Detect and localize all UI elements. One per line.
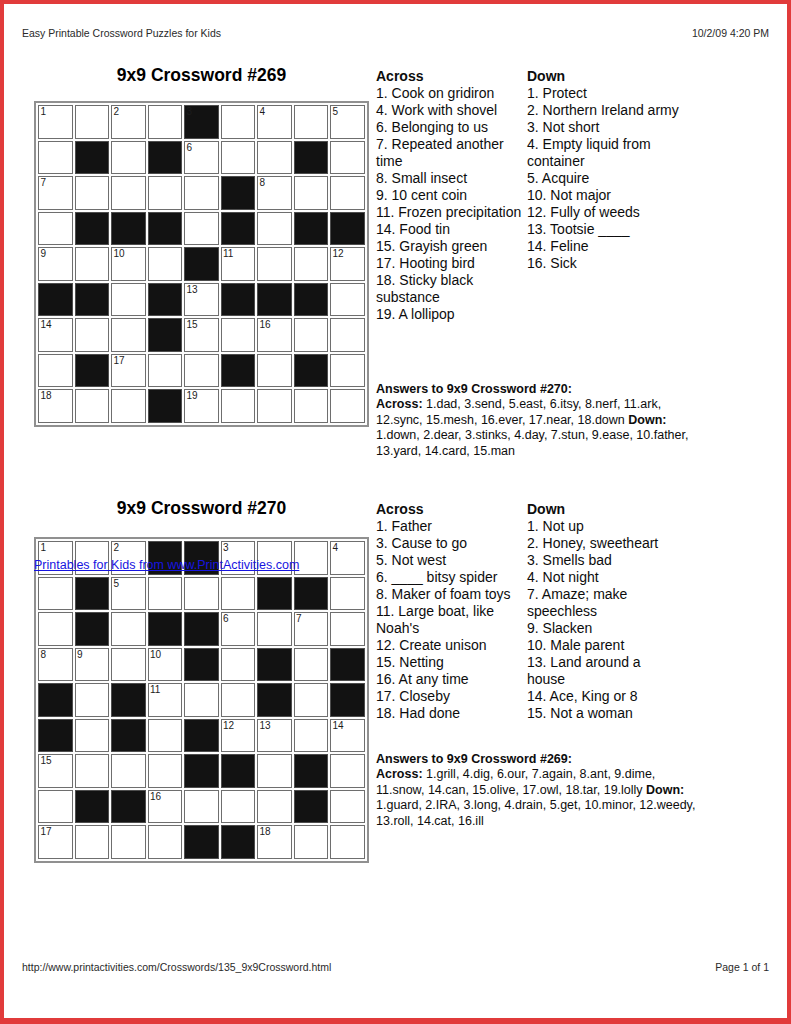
print-footer: http://www.printactivities.com/Crossword… [22, 961, 769, 973]
black-cell [148, 212, 183, 246]
clue-number: 8 [260, 177, 266, 188]
black-cell [221, 354, 256, 388]
clue-text: 8. Small insect [376, 170, 527, 187]
white-cell [75, 825, 110, 859]
white-cell [75, 176, 110, 210]
white-cell [38, 212, 73, 246]
black-cell [75, 354, 110, 388]
clue-text: 5. Acquire [527, 170, 682, 187]
white-cell [257, 754, 292, 788]
clue-number: 4 [333, 542, 339, 553]
clue-number: 12 [333, 248, 344, 259]
clue-text: 10. Male parent [527, 637, 682, 654]
white-cell [148, 754, 183, 788]
white-cell: 10 [148, 648, 183, 682]
black-cell [111, 683, 146, 717]
black-cell [75, 283, 110, 317]
white-cell [257, 790, 292, 824]
black-cell [75, 141, 110, 175]
clue-number: 8 [41, 649, 47, 660]
clue-number: 2 [114, 106, 120, 117]
white-cell [221, 105, 256, 139]
white-cell [38, 577, 73, 611]
clue-number: 5 [333, 106, 339, 117]
puzzle2-down-list: 1. Not up2. Honey, sweetheart3. Smells b… [527, 518, 682, 722]
clue-text: 4. Work with shovel [376, 102, 527, 119]
puzzle1-across-column: Across 1. Cook on gridiron4. Work with s… [376, 68, 527, 323]
black-cell [294, 212, 329, 246]
answer-key-body: Across: 1.dad, 3.send, 5.east, 6.itsy, 8… [376, 397, 704, 459]
white-cell [330, 318, 365, 352]
white-cell: 16 [257, 318, 292, 352]
white-cell [330, 283, 365, 317]
clue-number: 4 [260, 106, 266, 117]
footer-page-number: Page 1 of 1 [715, 961, 769, 973]
white-cell [75, 754, 110, 788]
black-cell [294, 283, 329, 317]
white-cell [111, 648, 146, 682]
clue-number: 10 [114, 248, 125, 259]
black-cell [257, 283, 292, 317]
clue-text: 11. Large boat, like Noah's [376, 603, 527, 637]
white-cell: 9 [75, 648, 110, 682]
white-cell [257, 212, 292, 246]
white-cell: 15 [184, 318, 219, 352]
clue-text: 2. Northern Ireland army [527, 102, 682, 119]
clue-number: 3 [223, 542, 229, 553]
white-cell: 13 [257, 719, 292, 753]
white-cell [294, 105, 329, 139]
clue-number: 16 [150, 791, 161, 802]
white-cell [38, 612, 73, 646]
clue-number: 1 [41, 106, 47, 117]
clue-text: 14. Ace, King or 8 [527, 688, 682, 705]
black-cell [221, 176, 256, 210]
black-cell [294, 577, 329, 611]
puzzle1-clues: Across 1. Cook on gridiron4. Work with s… [376, 68, 682, 323]
black-cell [184, 247, 219, 281]
printables-link[interactable]: Printables for Kids from www.PrintActivi… [34, 558, 299, 572]
black-cell [184, 754, 219, 788]
clue-text: 12. Fully of weeds [527, 204, 682, 221]
clue-number: 3 [187, 106, 193, 117]
black-cell [294, 754, 329, 788]
clue-text: 2. Honey, sweetheart [527, 535, 682, 552]
clue-text: 15. Netting [376, 654, 527, 671]
clue-text: 3. Smells bad [527, 552, 682, 569]
white-cell [294, 176, 329, 210]
black-cell [294, 790, 329, 824]
white-cell [38, 354, 73, 388]
clue-text: 9. Slacken [527, 620, 682, 637]
white-cell: 1 [38, 105, 73, 139]
black-cell [221, 212, 256, 246]
clue-text: 17. Hooting bird [376, 255, 527, 272]
puzzle1-across-list: 1. Cook on gridiron4. Work with shovel6.… [376, 85, 527, 323]
clue-text: 1. Father [376, 518, 527, 535]
black-cell [221, 825, 256, 859]
white-cell [257, 247, 292, 281]
white-cell [75, 389, 110, 423]
white-cell: 10 [111, 247, 146, 281]
clue-text: 4. Not night [527, 569, 682, 586]
header-timestamp: 10/2/09 4:20 PM [692, 27, 769, 39]
clue-text: 5. Not west [376, 552, 527, 569]
white-cell [148, 354, 183, 388]
black-cell [148, 318, 183, 352]
white-cell: 14 [38, 318, 73, 352]
white-cell [294, 389, 329, 423]
white-cell [257, 612, 292, 646]
white-cell: 12 [221, 719, 256, 753]
clue-text: 7. Repeated another time [376, 136, 527, 170]
clue-number: 6 [223, 613, 229, 624]
black-cell [38, 719, 73, 753]
white-cell [330, 389, 365, 423]
clue-number: 6 [187, 142, 193, 153]
white-cell [221, 790, 256, 824]
black-cell [75, 577, 110, 611]
black-cell [257, 577, 292, 611]
clue-number: 13 [260, 720, 271, 731]
white-cell: 8 [38, 648, 73, 682]
white-cell: 17 [111, 354, 146, 388]
white-cell [221, 648, 256, 682]
black-cell [38, 683, 73, 717]
clue-text: 1. Not up [527, 518, 682, 535]
white-cell [221, 141, 256, 175]
black-cell [330, 683, 365, 717]
answer-key-title: Answers to 9x9 Crossword #270: [376, 382, 704, 397]
clue-number: 7 [41, 177, 47, 188]
white-cell [257, 389, 292, 423]
white-cell [75, 683, 110, 717]
white-cell [257, 354, 292, 388]
clue-text: 9. 10 cent coin [376, 187, 527, 204]
clue-number: 17 [41, 826, 52, 837]
clue-number: 18 [41, 390, 52, 401]
clue-number: 16 [260, 319, 271, 330]
black-cell [148, 389, 183, 423]
white-cell: 6 [221, 612, 256, 646]
clue-number: 12 [223, 720, 234, 731]
white-cell: 5 [111, 577, 146, 611]
black-cell [148, 612, 183, 646]
puzzle2-across-column: Across 1. Father3. Cause to go5. Not wes… [376, 501, 527, 722]
black-cell [111, 719, 146, 753]
white-cell [148, 105, 183, 139]
white-cell [148, 176, 183, 210]
clue-text: 13. Land around a house [527, 654, 682, 688]
answers-down-label: Down: [646, 783, 684, 797]
puzzle1-down-column: Down 1. Protect2. Northern Ireland army3… [527, 68, 682, 323]
white-cell [111, 176, 146, 210]
white-cell [330, 141, 365, 175]
puzzle1-down-list: 1. Protect2. Northern Ireland army3. Not… [527, 85, 682, 272]
answer-key-269: Answers to 9x9 Crossword #269: Across: 1… [376, 752, 704, 829]
clue-text: 12. Create unison [376, 637, 527, 654]
white-cell [38, 141, 73, 175]
clue-text: 6. Belonging to us [376, 119, 527, 136]
black-cell [75, 790, 110, 824]
clue-text: 3. Not short [527, 119, 682, 136]
down-header: Down [527, 501, 682, 518]
clue-number: 11 [150, 684, 160, 695]
print-header: Easy Printable Crossword Puzzles for Kid… [22, 27, 769, 39]
white-cell [75, 318, 110, 352]
black-cell: 3 [184, 105, 219, 139]
puzzle1-title: 9x9 Crossword #269 [34, 65, 369, 86]
black-cell [38, 283, 73, 317]
clue-number: 13 [187, 284, 198, 295]
clue-text: 14. Food tin [376, 221, 527, 238]
answers-across-label: Across: [376, 767, 423, 781]
white-cell [111, 283, 146, 317]
clue-text: 16. At any time [376, 671, 527, 688]
white-cell [294, 825, 329, 859]
white-cell: 19 [184, 389, 219, 423]
black-cell [257, 683, 292, 717]
clue-number: 15 [41, 755, 52, 766]
white-cell [330, 612, 365, 646]
white-cell: 12 [330, 247, 365, 281]
clue-text: 4. Empty liquid from container [527, 136, 682, 170]
black-cell [184, 648, 219, 682]
clue-text: 17. Closeby [376, 688, 527, 705]
white-cell [75, 247, 110, 281]
white-cell [75, 719, 110, 753]
clue-text: 19. A lollipop [376, 306, 527, 323]
white-cell [221, 318, 256, 352]
clue-text: 11. Frozen precipitation [376, 204, 527, 221]
clue-number: 17 [114, 355, 125, 366]
puzzle2-clues: Across 1. Father3. Cause to go5. Not wes… [376, 501, 682, 722]
white-cell [184, 176, 219, 210]
white-cell [221, 577, 256, 611]
black-cell [148, 141, 183, 175]
white-cell: 18 [38, 389, 73, 423]
white-cell: 8 [257, 176, 292, 210]
clue-number: 9 [41, 248, 47, 259]
white-cell [184, 790, 219, 824]
puzzle2-across-list: 1. Father3. Cause to go5. Not west6. ___… [376, 518, 527, 722]
white-cell [111, 318, 146, 352]
clue-number: 1 [41, 542, 47, 553]
footer-url: http://www.printactivities.com/Crossword… [22, 961, 331, 973]
white-cell: 2 [111, 105, 146, 139]
white-cell [38, 790, 73, 824]
answer-key-body: Across: 1.grill, 4.dig, 6.our, 7.again, … [376, 767, 704, 829]
white-cell: 5 [330, 105, 365, 139]
black-cell [184, 825, 219, 859]
white-cell [294, 648, 329, 682]
white-cell: 14 [330, 719, 365, 753]
across-header: Across [376, 68, 527, 85]
white-cell: 17 [38, 825, 73, 859]
white-cell [330, 577, 365, 611]
white-cell [111, 754, 146, 788]
white-cell: 9 [38, 247, 73, 281]
white-cell [184, 577, 219, 611]
black-cell [111, 790, 146, 824]
puzzle2-down-column: Down 1. Not up2. Honey, sweetheart3. Sme… [527, 501, 682, 722]
clue-number: 18 [260, 826, 271, 837]
white-cell: 7 [294, 612, 329, 646]
white-cell: 11 [148, 683, 183, 717]
clue-text: 10. Not major [527, 187, 682, 204]
white-cell [294, 318, 329, 352]
answers-down-text: 1.down, 2.dear, 3.stinks, 4.day, 7.stun,… [376, 428, 688, 457]
clue-number: 9 [77, 649, 83, 660]
clue-text: 14. Feline [527, 238, 682, 255]
clue-text: 18. Sticky black substance [376, 272, 527, 306]
answers-across-label: Across: [376, 397, 423, 411]
white-cell: 11 [221, 247, 256, 281]
white-cell [111, 825, 146, 859]
white-cell [148, 247, 183, 281]
white-cell [184, 683, 219, 717]
clue-text: 15. Grayish green [376, 238, 527, 255]
clue-number: 10 [150, 649, 161, 660]
white-cell: 7 [38, 176, 73, 210]
black-cell [75, 212, 110, 246]
clue-text: 7. Amaze; make speechless [527, 586, 682, 620]
black-cell [111, 212, 146, 246]
clue-number: 14 [333, 720, 344, 731]
white-cell: 4 [330, 541, 365, 575]
clue-number: 14 [41, 319, 52, 330]
crossword-grid-270: 123456789101112131415161718 [34, 537, 369, 863]
clue-text: 3. Cause to go [376, 535, 527, 552]
white-cell [294, 247, 329, 281]
white-cell [148, 825, 183, 859]
header-title: Easy Printable Crossword Puzzles for Kid… [22, 27, 221, 39]
answer-key-title: Answers to 9x9 Crossword #269: [376, 752, 704, 767]
black-cell [330, 648, 365, 682]
clue-text: 6. ____ bitsy spider [376, 569, 527, 586]
clue-text: 18. Had done [376, 705, 527, 722]
puzzle2-title: 9x9 Crossword #270 [34, 498, 369, 519]
white-cell [330, 754, 365, 788]
white-cell [330, 176, 365, 210]
clue-number: 7 [296, 613, 302, 624]
white-cell: 6 [184, 141, 219, 175]
black-cell [221, 754, 256, 788]
clue-text: 8. Maker of foam toys [376, 586, 527, 603]
clue-number: 5 [114, 578, 120, 589]
white-cell: 18 [257, 825, 292, 859]
answers-down-text: 1.guard, 2.IRA, 3.long, 4.drain, 5.get, … [376, 798, 695, 827]
clue-number: 15 [187, 319, 198, 330]
white-cell [330, 825, 365, 859]
black-cell [294, 354, 329, 388]
clue-number: 19 [187, 390, 198, 401]
white-cell [148, 577, 183, 611]
white-cell [257, 141, 292, 175]
black-cell [257, 648, 292, 682]
black-cell [330, 212, 365, 246]
clue-text: 1. Cook on gridiron [376, 85, 527, 102]
answer-key-270: Answers to 9x9 Crossword #270: Across: 1… [376, 382, 704, 459]
clue-number: 11 [223, 248, 233, 259]
white-cell [221, 389, 256, 423]
white-cell [221, 683, 256, 717]
black-cell [75, 612, 110, 646]
black-cell [184, 719, 219, 753]
white-cell [184, 212, 219, 246]
clue-number: 2 [114, 542, 120, 553]
white-cell [330, 790, 365, 824]
clue-text: 16. Sick [527, 255, 682, 272]
white-cell [184, 354, 219, 388]
white-cell [75, 105, 110, 139]
white-cell [111, 141, 146, 175]
across-header: Across [376, 501, 527, 518]
white-cell: 16 [148, 790, 183, 824]
crossword-grid-269: 12345678910111213141516171819 [34, 101, 369, 427]
white-cell [294, 719, 329, 753]
black-cell [221, 283, 256, 317]
white-cell: 4 [257, 105, 292, 139]
white-cell: 13 [184, 283, 219, 317]
white-cell [294, 683, 329, 717]
black-cell [184, 612, 219, 646]
white-cell [111, 612, 146, 646]
down-header: Down [527, 68, 682, 85]
clue-text: 15. Not a woman [527, 705, 682, 722]
black-cell [148, 283, 183, 317]
white-cell [330, 354, 365, 388]
white-cell [111, 389, 146, 423]
white-cell: 15 [38, 754, 73, 788]
answers-down-label: Down: [628, 413, 666, 427]
black-cell [294, 141, 329, 175]
white-cell [148, 719, 183, 753]
clue-text: 13. Tootsie ____ [527, 221, 682, 238]
printed-page: Easy Printable Crossword Puzzles for Kid… [0, 0, 791, 1024]
clue-text: 1. Protect [527, 85, 682, 102]
